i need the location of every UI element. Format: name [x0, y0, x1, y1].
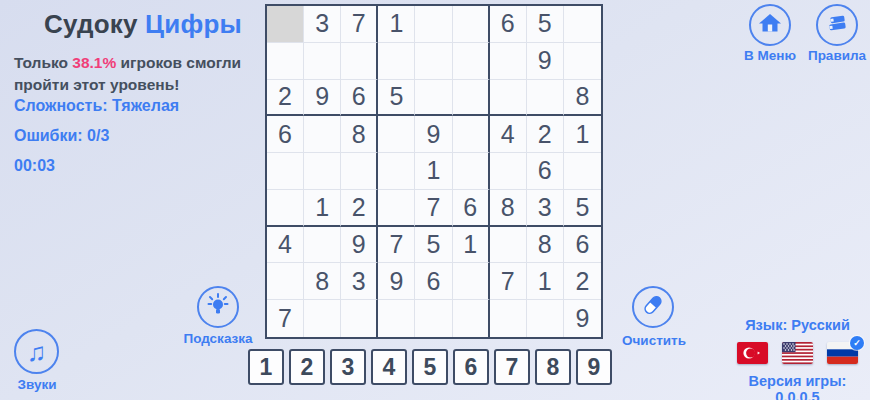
sudoku-cell-r7c2[interactable]: [304, 227, 341, 264]
players-percent: 38.1%: [72, 54, 116, 71]
number-pad: 123456789: [248, 349, 612, 385]
sudoku-cell-r7c5[interactable]: 5: [415, 227, 452, 264]
difficulty-label: Сложность: Тяжелая: [14, 97, 179, 115]
sudoku-cell-r9c4[interactable]: [378, 300, 415, 337]
sudoku-cell-r8c5[interactable]: 6: [415, 263, 452, 300]
sudoku-cell-r2c4[interactable]: [378, 43, 415, 80]
sudoku-cell-r2c3[interactable]: [341, 43, 378, 80]
sudoku-cell-r1c6[interactable]: [453, 6, 490, 43]
sudoku-cell-r2c5[interactable]: [415, 43, 452, 80]
home-icon: [758, 11, 782, 39]
flag-turkey[interactable]: [737, 342, 768, 364]
sudoku-cell-r1c2[interactable]: 3: [304, 6, 341, 43]
sudoku-cell-r9c8[interactable]: [527, 300, 564, 337]
sudoku-cell-r1c4[interactable]: 1: [378, 6, 415, 43]
sudoku-cell-r1c9[interactable]: [564, 6, 601, 43]
sudoku-cell-r4c6[interactable]: [453, 116, 490, 153]
sudoku-cell-r4c4[interactable]: [378, 116, 415, 153]
sudoku-cell-r1c8[interactable]: 5: [527, 6, 564, 43]
sudoku-cell-r5c1[interactable]: [267, 153, 304, 190]
hint-button[interactable]: [197, 286, 239, 328]
sudoku-cell-r7c6[interactable]: 1: [453, 227, 490, 264]
hint-button-label[interactable]: Подсказка: [180, 331, 256, 346]
sudoku-cell-r3c9[interactable]: 8: [564, 80, 601, 117]
sudoku-cell-r8c4[interactable]: 9: [378, 263, 415, 300]
sudoku-cell-r6c1[interactable]: [267, 190, 304, 227]
sudoku-cell-r6c5[interactable]: 7: [415, 190, 452, 227]
sudoku-cell-r6c7[interactable]: 8: [490, 190, 527, 227]
sudoku-cell-r6c9[interactable]: 5: [564, 190, 601, 227]
eraser-icon: [641, 293, 665, 321]
sudoku-cell-r5c4[interactable]: [378, 153, 415, 190]
sudoku-cell-r8c3[interactable]: 3: [341, 263, 378, 300]
sudoku-grid: 3716592965868942116127683549751868396712…: [265, 4, 603, 339]
music-note-icon: ♫: [27, 339, 47, 365]
books-icon: [825, 11, 849, 39]
sudoku-cell-r3c8[interactable]: [527, 80, 564, 117]
language-flags: ✓: [737, 342, 858, 364]
sudoku-cell-r2c7[interactable]: [490, 43, 527, 80]
sudoku-cell-r5c6[interactable]: [453, 153, 490, 190]
sudoku-cell-r2c6[interactable]: [453, 43, 490, 80]
sudoku-cell-r4c1[interactable]: 6: [267, 116, 304, 153]
sounds-button[interactable]: ♫: [14, 329, 59, 374]
sudoku-cell-r9c1[interactable]: 7: [267, 300, 304, 337]
clear-button-label[interactable]: Очистить: [616, 333, 692, 348]
sudoku-cell-r9c2[interactable]: [304, 300, 341, 337]
sudoku-cell-r3c7[interactable]: [490, 80, 527, 117]
version-label: Версия игры: 0.0.0.5: [725, 373, 870, 400]
sudoku-cell-r2c8[interactable]: 9: [527, 43, 564, 80]
sudoku-cell-r6c3[interactable]: 2: [341, 190, 378, 227]
flag-usa[interactable]: [782, 342, 813, 364]
sudoku-cell-r5c2[interactable]: [304, 153, 341, 190]
sudoku-cell-r8c1[interactable]: [267, 263, 304, 300]
sudoku-cell-r3c5[interactable]: [415, 80, 452, 117]
game-timer: 00:03: [14, 157, 55, 175]
sudoku-cell-r1c1[interactable]: [267, 6, 304, 43]
sudoku-cell-r4c5[interactable]: 9: [415, 116, 452, 153]
sudoku-cell-r9c3[interactable]: [341, 300, 378, 337]
numpad-button-9[interactable]: 9: [576, 349, 612, 385]
sudoku-cell-r8c6[interactable]: [453, 263, 490, 300]
sudoku-cell-r1c3[interactable]: 7: [341, 6, 378, 43]
checkmark-icon: ✓: [850, 336, 864, 350]
numpad-button-5[interactable]: 5: [412, 349, 448, 385]
sounds-button-label[interactable]: Звуки: [6, 377, 68, 392]
rules-button[interactable]: [816, 4, 858, 46]
sudoku-cell-r4c9[interactable]: 1: [564, 116, 601, 153]
sudoku-cell-r5c3[interactable]: [341, 153, 378, 190]
sudoku-cell-r8c2[interactable]: 8: [304, 263, 341, 300]
sudoku-cell-r2c2[interactable]: [304, 43, 341, 80]
players-text-before: Только: [14, 54, 72, 71]
sudoku-cell-r6c4[interactable]: [378, 190, 415, 227]
menu-button-label[interactable]: В Меню: [738, 48, 802, 63]
sudoku-cell-r8c7[interactable]: 7: [490, 263, 527, 300]
sudoku-cell-r8c9[interactable]: 2: [564, 263, 601, 300]
menu-button[interactable]: [749, 4, 791, 46]
sudoku-cell-r1c5[interactable]: [415, 6, 452, 43]
language-label: Язык: Русский: [735, 317, 860, 333]
sudoku-cell-r7c7[interactable]: [490, 227, 527, 264]
sudoku-cell-r7c1[interactable]: 4: [267, 227, 304, 264]
sudoku-cell-r4c3[interactable]: 8: [341, 116, 378, 153]
sudoku-cell-r5c9[interactable]: [564, 153, 601, 190]
sudoku-cell-r3c3[interactable]: 6: [341, 80, 378, 117]
flag-russia[interactable]: ✓: [827, 342, 858, 364]
numpad-button-8[interactable]: 8: [535, 349, 571, 385]
sudoku-cell-r3c4[interactable]: 5: [378, 80, 415, 117]
sudoku-cell-r4c2[interactable]: [304, 116, 341, 153]
sudoku-cell-r3c1[interactable]: 2: [267, 80, 304, 117]
rules-button-label[interactable]: Правила: [805, 48, 869, 63]
sudoku-cell-r6c8[interactable]: 3: [527, 190, 564, 227]
sudoku-cell-r1c7[interactable]: 6: [490, 6, 527, 43]
sudoku-cell-r7c8[interactable]: 8: [527, 227, 564, 264]
sudoku-cell-r9c7[interactable]: [490, 300, 527, 337]
sudoku-cell-r4c8[interactable]: 2: [527, 116, 564, 153]
sudoku-cell-r9c5[interactable]: [415, 300, 452, 337]
sudoku-cell-r2c1[interactable]: [267, 43, 304, 80]
sudoku-cell-r3c2[interactable]: 9: [304, 80, 341, 117]
mistakes-counter: Ошибки: 0/3: [14, 127, 109, 145]
sudoku-cell-r5c7[interactable]: [490, 153, 527, 190]
title-accent: Цифры: [145, 9, 242, 39]
sudoku-cell-r8c8[interactable]: 1: [527, 263, 564, 300]
sudoku-cell-r9c6[interactable]: [453, 300, 490, 337]
sudoku-cell-r2c9[interactable]: [564, 43, 601, 80]
numpad-button-2[interactable]: 2: [289, 349, 325, 385]
sudoku-cell-r6c2[interactable]: 1: [304, 190, 341, 227]
sudoku-cell-r5c5[interactable]: 1: [415, 153, 452, 190]
players-stat-text: Только 38.1% игроков смогли пройти этот …: [14, 52, 266, 96]
title-primary: Судоку: [44, 9, 138, 39]
sudoku-cell-r3c6[interactable]: [453, 80, 490, 117]
clear-button[interactable]: [632, 286, 674, 328]
sudoku-cell-r7c3[interactable]: 9: [341, 227, 378, 264]
sudoku-cell-r4c7[interactable]: 4: [490, 116, 527, 153]
page-title: Судоку Цифры: [44, 9, 242, 40]
numpad-button-3[interactable]: 3: [330, 349, 366, 385]
sudoku-cell-r7c4[interactable]: 7: [378, 227, 415, 264]
sudoku-cell-r7c9[interactable]: 6: [564, 227, 601, 264]
lightbulb-icon: [205, 292, 231, 322]
numpad-button-4[interactable]: 4: [371, 349, 407, 385]
sudoku-cell-r5c8[interactable]: 6: [527, 153, 564, 190]
sudoku-cell-r6c6[interactable]: 6: [453, 190, 490, 227]
numpad-button-6[interactable]: 6: [453, 349, 489, 385]
numpad-button-7[interactable]: 7: [494, 349, 530, 385]
numpad-button-1[interactable]: 1: [248, 349, 284, 385]
sudoku-cell-r9c9[interactable]: 9: [564, 300, 601, 337]
